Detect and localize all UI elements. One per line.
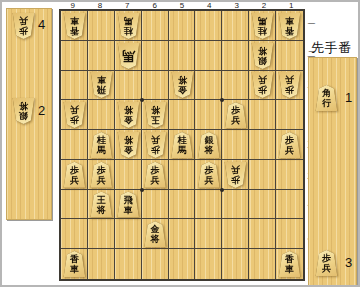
piece-face: 金将 bbox=[117, 102, 140, 128]
piece-kanji: 兵 bbox=[285, 145, 294, 155]
piece-kanji: 桂 bbox=[97, 135, 106, 145]
file-label-6: 6 bbox=[141, 2, 168, 9]
piece-kanji: 歩 bbox=[204, 165, 213, 175]
piece-kanji: 飛 bbox=[124, 195, 133, 205]
piece-kanji: 兵 bbox=[322, 263, 331, 273]
piece-kanji: 兵 bbox=[231, 115, 240, 125]
sente-hand-tray: 角行 1 歩兵 3 bbox=[308, 57, 357, 287]
piece-kanji: 車 bbox=[285, 16, 294, 26]
piece-kanji: 歩 bbox=[19, 26, 28, 36]
piece-kanji: 銀 bbox=[19, 111, 28, 121]
piece-kanji: 角 bbox=[322, 88, 331, 98]
sente-hand-pawn-count: 3 bbox=[345, 256, 352, 270]
file-label-5: 5 bbox=[168, 2, 195, 9]
piece-kanji: 香 bbox=[70, 26, 79, 36]
star-point bbox=[140, 188, 144, 192]
piece-kanji: 将 bbox=[19, 101, 28, 111]
piece-face: 歩兵 bbox=[278, 132, 301, 158]
piece-kanji: 将 bbox=[124, 135, 133, 145]
piece-kanji: 将 bbox=[204, 145, 213, 155]
piece-kanji: 兵 bbox=[231, 165, 240, 175]
sente-hand-bishop-count: 1 bbox=[345, 91, 352, 105]
piece-kanji: 金 bbox=[124, 145, 133, 155]
gote-hand-silver-count: 2 bbox=[38, 104, 45, 118]
piece-face: 金将 bbox=[144, 221, 167, 247]
piece-face: 歩兵 bbox=[197, 162, 220, 188]
piece-kanji: 歩 bbox=[70, 165, 79, 175]
rank-label-1: 一 bbox=[306, 9, 317, 39]
piece-kanji: 馬 bbox=[124, 16, 133, 26]
piece-kanji: 将 bbox=[151, 234, 160, 244]
piece-face: 金将 bbox=[171, 72, 194, 98]
piece-kanji: 馬 bbox=[178, 145, 187, 155]
board-pieces-layer: 香車桂馬桂馬香車馬銀将飛車金将歩兵歩兵歩兵金将玉将歩兵桂馬金将歩兵桂馬銀将歩兵歩… bbox=[61, 11, 303, 279]
piece-kanji: 兵 bbox=[19, 16, 28, 26]
piece-kanji: 銀 bbox=[258, 56, 267, 66]
piece-face: 歩兵 bbox=[63, 162, 86, 188]
piece-face: 歩兵 bbox=[12, 13, 35, 39]
piece-face: 香車 bbox=[278, 251, 301, 277]
piece-face: 香車 bbox=[278, 13, 301, 39]
file-label-8: 8 bbox=[86, 2, 113, 9]
piece-kanji: 歩 bbox=[285, 85, 294, 95]
piece-kanji: 歩 bbox=[151, 165, 160, 175]
file-labels: 987654321 bbox=[59, 2, 305, 9]
piece-kanji: 車 bbox=[285, 264, 294, 274]
piece-kanji: 玉 bbox=[151, 115, 160, 125]
piece-kanji: 馬 bbox=[97, 145, 106, 155]
piece-kanji: 歩 bbox=[322, 253, 331, 263]
file-label-3: 3 bbox=[223, 2, 250, 9]
piece-face: 歩兵 bbox=[90, 162, 113, 188]
piece-kanji: 車 bbox=[124, 205, 133, 215]
piece-face: 桂馬 bbox=[171, 132, 194, 158]
piece-face: 香車 bbox=[63, 251, 86, 277]
piece-kanji: 歩 bbox=[70, 115, 79, 125]
piece-kanji: 馬 bbox=[122, 49, 135, 63]
piece-face: 飛車 bbox=[117, 192, 140, 218]
shogi-diagram: 歩兵 4 銀将 2 987654321 香車桂馬桂馬香車馬銀将飛車金将歩兵歩兵歩… bbox=[0, 0, 360, 287]
piece-kanji: 歩 bbox=[258, 85, 267, 95]
piece-kanji: 金 bbox=[178, 85, 187, 95]
piece-kanji: 車 bbox=[97, 75, 106, 85]
piece-face: 銀将 bbox=[12, 98, 35, 124]
piece-face: 歩兵 bbox=[251, 72, 274, 98]
piece-kanji: 桂 bbox=[258, 26, 267, 36]
piece-kanji: 馬 bbox=[258, 16, 267, 26]
piece-kanji: 車 bbox=[70, 16, 79, 26]
piece-face: 金将 bbox=[117, 132, 140, 158]
piece-kanji: 兵 bbox=[285, 75, 294, 85]
piece-face: 玉将 bbox=[144, 102, 167, 128]
piece-kanji: 香 bbox=[285, 26, 294, 36]
piece-kanji: 将 bbox=[151, 105, 160, 115]
piece-kanji: 兵 bbox=[204, 175, 213, 185]
piece-face: 歩兵 bbox=[63, 102, 86, 128]
file-label-1: 1 bbox=[278, 2, 305, 9]
piece-kanji: 歩 bbox=[285, 135, 294, 145]
turn-indicator: 先手番 bbox=[311, 39, 360, 57]
piece-kanji: 歩 bbox=[97, 165, 106, 175]
piece-face: 王将 bbox=[90, 192, 113, 218]
piece-kanji: 香 bbox=[70, 254, 79, 264]
piece-face: 桂馬 bbox=[117, 13, 140, 39]
piece-kanji: 兵 bbox=[97, 175, 106, 185]
piece-face: 香車 bbox=[63, 13, 86, 39]
piece-kanji: 歩 bbox=[231, 105, 240, 115]
piece-face: 歩兵 bbox=[278, 72, 301, 98]
piece-face: 飛車 bbox=[90, 72, 113, 98]
piece-kanji: 歩 bbox=[151, 145, 160, 155]
piece-kanji: 王 bbox=[97, 195, 106, 205]
piece-kanji: 将 bbox=[97, 205, 106, 215]
piece-kanji: 兵 bbox=[258, 75, 267, 85]
piece-kanji: 兵 bbox=[70, 175, 79, 185]
piece-face: 桂馬 bbox=[90, 132, 113, 158]
piece-kanji: 金 bbox=[151, 224, 160, 234]
piece-kanji: 金 bbox=[124, 115, 133, 125]
piece-face: 桂馬 bbox=[251, 13, 274, 39]
file-label-7: 7 bbox=[114, 2, 141, 9]
piece-kanji: 歩 bbox=[231, 175, 240, 185]
piece-kanji: 将 bbox=[258, 46, 267, 56]
piece-kanji: 行 bbox=[322, 98, 331, 108]
file-label-9: 9 bbox=[59, 2, 86, 9]
gote-hand-tray: 歩兵 4 銀将 2 bbox=[6, 8, 52, 220]
piece-face: 歩兵 bbox=[224, 162, 247, 188]
piece-face: 歩兵 bbox=[144, 162, 167, 188]
piece-face: 角行 bbox=[315, 85, 338, 111]
file-label-2: 2 bbox=[250, 2, 277, 9]
piece-kanji: 香 bbox=[285, 254, 294, 264]
piece-face: 歩兵 bbox=[224, 102, 247, 128]
piece-kanji: 兵 bbox=[70, 105, 79, 115]
piece-face: 銀将 bbox=[251, 43, 274, 69]
piece-kanji: 将 bbox=[124, 105, 133, 115]
piece-face: 歩兵 bbox=[144, 132, 167, 158]
piece-kanji: 兵 bbox=[151, 175, 160, 185]
piece-kanji: 兵 bbox=[151, 135, 160, 145]
piece-kanji: 銀 bbox=[204, 135, 213, 145]
piece-face: 馬 bbox=[117, 43, 140, 69]
piece-kanji: 飛 bbox=[97, 85, 106, 95]
piece-kanji: 桂 bbox=[178, 135, 187, 145]
piece-kanji: 将 bbox=[178, 75, 187, 85]
file-label-4: 4 bbox=[196, 2, 223, 9]
piece-face: 銀将 bbox=[197, 132, 220, 158]
piece-face: 歩兵 bbox=[315, 250, 338, 276]
board: 香車桂馬桂馬香車馬銀将飛車金将歩兵歩兵歩兵金将玉将歩兵桂馬金将歩兵桂馬銀将歩兵歩… bbox=[59, 9, 305, 281]
gote-hand-pawn-count: 4 bbox=[38, 18, 45, 32]
piece-kanji: 車 bbox=[70, 264, 79, 274]
piece-kanji: 桂 bbox=[124, 26, 133, 36]
